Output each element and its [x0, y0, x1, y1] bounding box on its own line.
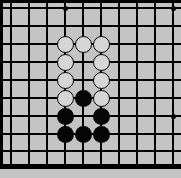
grid-line-horizontal [3, 25, 181, 27]
black-stone [93, 126, 110, 143]
black-stone [57, 126, 74, 143]
grid-line-vertical [136, 3, 138, 164]
grid-line-vertical [46, 3, 48, 164]
grid-line-vertical [154, 3, 156, 164]
white-stone [93, 36, 110, 53]
grid-line-horizontal [3, 7, 181, 9]
white-stone [75, 36, 92, 53]
white-stone [93, 90, 110, 107]
grid-line-vertical [10, 3, 12, 164]
board-edge-bottom-line [0, 164, 181, 169]
white-stone [93, 54, 110, 71]
white-stone [93, 72, 110, 89]
white-stone [57, 54, 74, 71]
star-point [171, 114, 176, 119]
star-point [63, 6, 68, 11]
white-stone [57, 72, 74, 89]
star-point [171, 6, 176, 11]
white-stone [57, 36, 74, 53]
black-stone [75, 126, 92, 143]
white-stone [57, 90, 74, 107]
go-board-diagram [0, 0, 181, 178]
black-stone [57, 108, 74, 125]
grid-line-vertical [28, 3, 30, 164]
grid-line-vertical [118, 3, 120, 164]
black-stone [75, 90, 92, 107]
grid-line-horizontal [3, 150, 181, 152]
black-stone [93, 108, 110, 125]
grid-line-vertical [172, 3, 174, 164]
go-board[interactable] [0, 0, 181, 178]
